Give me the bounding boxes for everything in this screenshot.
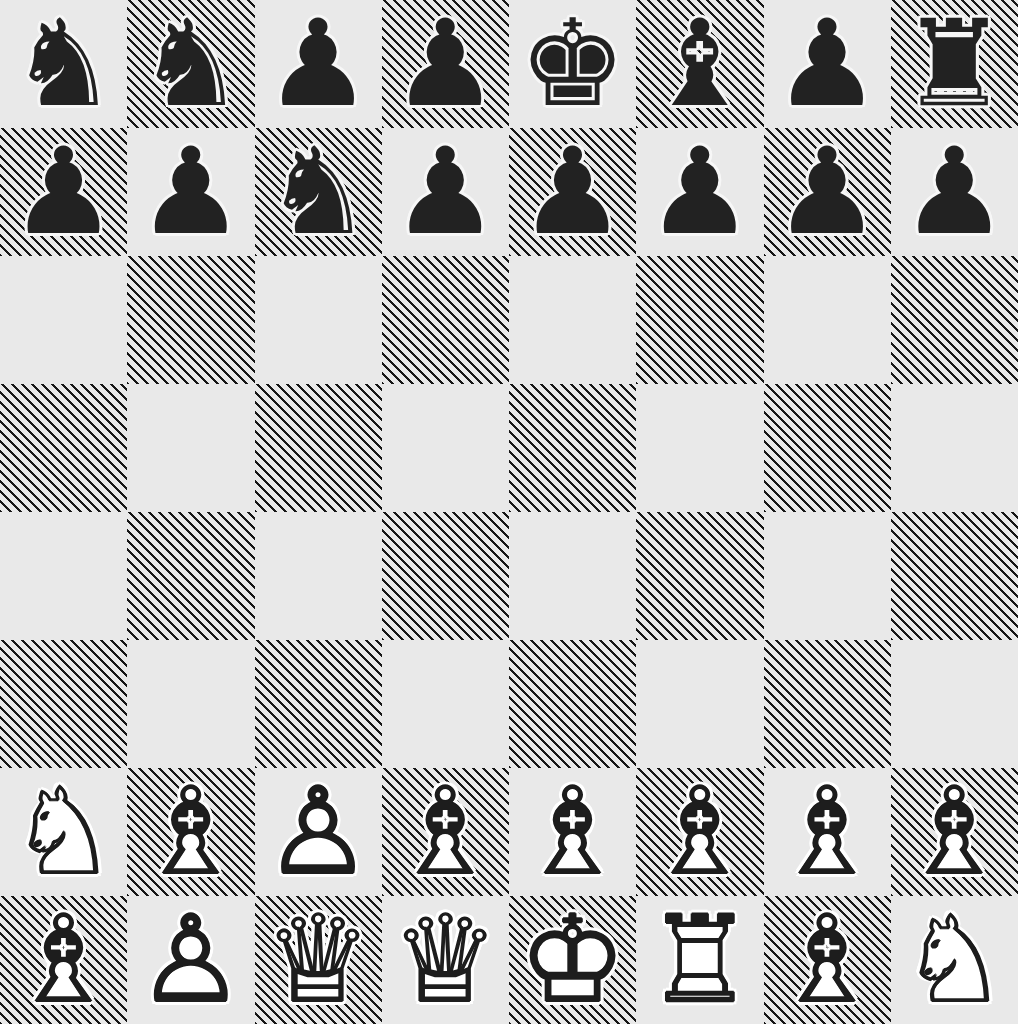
square-e8[interactable]: ♚: [509, 0, 636, 128]
square-c2[interactable]: ♟♙: [255, 768, 382, 896]
square-b7[interactable]: ♟: [127, 128, 254, 256]
square-b5[interactable]: [127, 384, 254, 512]
square-c3[interactable]: [255, 640, 382, 768]
black-pawn-piece[interactable]: ♟: [382, 0, 509, 128]
square-g3[interactable]: [764, 640, 891, 768]
square-b6[interactable]: [127, 256, 254, 384]
square-g6[interactable]: [764, 256, 891, 384]
white-piece-outline: ♘: [901, 900, 1009, 1020]
white-bishop-piece[interactable]: ♝♗: [764, 768, 891, 896]
black-pawn-piece[interactable]: ♟: [382, 128, 509, 256]
square-h1[interactable]: ♞♘: [891, 896, 1018, 1024]
square-g1[interactable]: ♝♗: [764, 896, 891, 1024]
black-pawn-piece[interactable]: ♟: [891, 128, 1018, 256]
black-knight-piece[interactable]: ♞: [127, 0, 254, 128]
white-bishop-piece[interactable]: ♝♗: [764, 896, 891, 1024]
black-pawn-piece[interactable]: ♟: [764, 128, 891, 256]
square-d5[interactable]: [382, 384, 509, 512]
white-bishop-piece[interactable]: ♝♗: [891, 768, 1018, 896]
square-c6[interactable]: [255, 256, 382, 384]
white-bishop-piece[interactable]: ♝♗: [382, 768, 509, 896]
square-c7[interactable]: ♞: [255, 128, 382, 256]
black-bishop-piece[interactable]: ♝: [636, 0, 763, 128]
square-f6[interactable]: [636, 256, 763, 384]
square-e5[interactable]: [509, 384, 636, 512]
white-piece-outline: ♗: [773, 772, 881, 892]
square-d8[interactable]: ♟: [382, 0, 509, 128]
white-piece-outline: ♔: [519, 900, 627, 1020]
black-pawn-piece[interactable]: ♟: [636, 128, 763, 256]
square-e2[interactable]: ♝♗: [509, 768, 636, 896]
white-bishop-piece[interactable]: ♝♗: [0, 896, 127, 1024]
white-piece-outline: ♗: [392, 772, 500, 892]
white-knight-piece[interactable]: ♞♘: [0, 768, 127, 896]
square-g5[interactable]: [764, 384, 891, 512]
square-f4[interactable]: [636, 512, 763, 640]
square-a3[interactable]: [0, 640, 127, 768]
square-a6[interactable]: [0, 256, 127, 384]
white-bishop-piece[interactable]: ♝♗: [509, 768, 636, 896]
square-c5[interactable]: [255, 384, 382, 512]
square-f7[interactable]: ♟: [636, 128, 763, 256]
black-knight-piece[interactable]: ♞: [255, 128, 382, 256]
square-d4[interactable]: [382, 512, 509, 640]
white-pawn-piece[interactable]: ♟♙: [127, 896, 254, 1024]
square-f3[interactable]: [636, 640, 763, 768]
square-f2[interactable]: ♝♗: [636, 768, 763, 896]
square-c8[interactable]: ♟: [255, 0, 382, 128]
square-g8[interactable]: ♟: [764, 0, 891, 128]
square-h4[interactable]: [891, 512, 1018, 640]
square-e4[interactable]: [509, 512, 636, 640]
square-f5[interactable]: [636, 384, 763, 512]
black-pawn-piece[interactable]: ♟: [255, 0, 382, 128]
white-piece-outline: ♕: [264, 900, 372, 1020]
square-b2[interactable]: ♝♗: [127, 768, 254, 896]
white-king-piece[interactable]: ♚♔: [509, 896, 636, 1024]
square-a8[interactable]: ♞: [0, 0, 127, 128]
square-d2[interactable]: ♝♗: [382, 768, 509, 896]
square-g2[interactable]: ♝♗: [764, 768, 891, 896]
square-d6[interactable]: [382, 256, 509, 384]
white-knight-piece[interactable]: ♞♘: [891, 896, 1018, 1024]
square-g7[interactable]: ♟: [764, 128, 891, 256]
square-h7[interactable]: ♟: [891, 128, 1018, 256]
square-h2[interactable]: ♝♗: [891, 768, 1018, 896]
square-d3[interactable]: [382, 640, 509, 768]
square-e7[interactable]: ♟: [509, 128, 636, 256]
black-knight-piece[interactable]: ♞: [0, 0, 127, 128]
square-e1[interactable]: ♚♔: [509, 896, 636, 1024]
square-f8[interactable]: ♝: [636, 0, 763, 128]
square-b3[interactable]: [127, 640, 254, 768]
square-h3[interactable]: [891, 640, 1018, 768]
square-h8[interactable]: ♜: [891, 0, 1018, 128]
white-piece-outline: ♖: [646, 900, 754, 1020]
square-a1[interactable]: ♝♗: [0, 896, 127, 1024]
square-e6[interactable]: [509, 256, 636, 384]
square-a5[interactable]: [0, 384, 127, 512]
square-h6[interactable]: [891, 256, 1018, 384]
square-b1[interactable]: ♟♙: [127, 896, 254, 1024]
square-b8[interactable]: ♞: [127, 0, 254, 128]
square-a7[interactable]: ♟: [0, 128, 127, 256]
square-d1[interactable]: ♛♕: [382, 896, 509, 1024]
white-queen-piece[interactable]: ♛♕: [382, 896, 509, 1024]
black-pawn-piece[interactable]: ♟: [127, 128, 254, 256]
square-c4[interactable]: [255, 512, 382, 640]
square-h5[interactable]: [891, 384, 1018, 512]
square-e3[interactable]: [509, 640, 636, 768]
black-pawn-piece[interactable]: ♟: [509, 128, 636, 256]
square-a4[interactable]: [0, 512, 127, 640]
white-queen-piece[interactable]: ♛♕: [255, 896, 382, 1024]
white-pawn-piece[interactable]: ♟♙: [255, 768, 382, 896]
square-d7[interactable]: ♟: [382, 128, 509, 256]
black-pawn-piece[interactable]: ♟: [764, 0, 891, 128]
square-g4[interactable]: [764, 512, 891, 640]
square-c1[interactable]: ♛♕: [255, 896, 382, 1024]
black-king-piece[interactable]: ♚: [509, 0, 636, 128]
square-a2[interactable]: ♞♘: [0, 768, 127, 896]
white-piece-outline: ♗: [137, 772, 245, 892]
square-f1[interactable]: ♜♖: [636, 896, 763, 1024]
white-piece-outline: ♕: [392, 900, 500, 1020]
white-piece-outline: ♘: [10, 772, 118, 892]
white-bishop-piece[interactable]: ♝♗: [127, 768, 254, 896]
black-rook-piece[interactable]: ♜: [891, 0, 1018, 128]
white-piece-outline: ♙: [137, 900, 245, 1020]
white-rook-piece[interactable]: ♜♖: [636, 896, 763, 1024]
white-piece-outline: ♗: [519, 772, 627, 892]
chess-board: ♞♞♟♟♚♝♟♜♟♟♞♟♟♟♟♟♞♘♝♗♟♙♝♗♝♗♝♗♝♗♝♗♝♗♟♙♛♕♛♕…: [0, 0, 1018, 1024]
white-piece-outline: ♗: [773, 900, 881, 1020]
white-piece-outline: ♙: [264, 772, 372, 892]
white-piece-outline: ♗: [901, 772, 1009, 892]
white-piece-outline: ♗: [10, 900, 118, 1020]
white-piece-outline: ♗: [646, 772, 754, 892]
black-pawn-piece[interactable]: ♟: [0, 128, 127, 256]
square-b4[interactable]: [127, 512, 254, 640]
white-bishop-piece[interactable]: ♝♗: [636, 768, 763, 896]
